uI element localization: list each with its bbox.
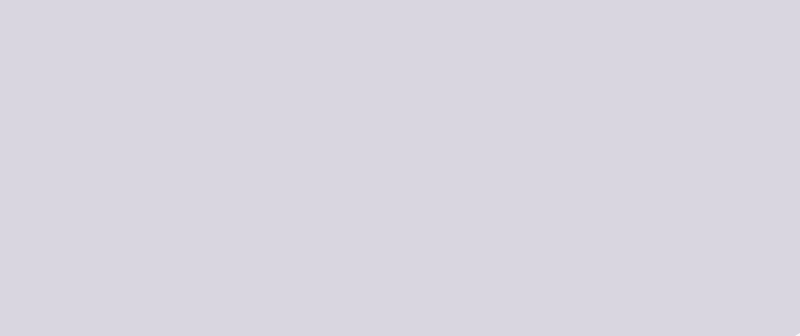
draughts-board-photo [0,0,800,336]
scene-canvas [0,0,800,336]
